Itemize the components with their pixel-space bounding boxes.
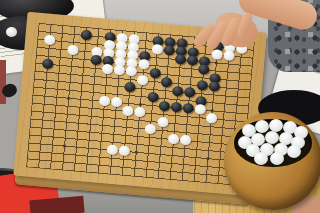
bowl-white-stone bbox=[287, 145, 301, 158]
hoshi-point bbox=[67, 96, 70, 99]
black-stone bbox=[80, 30, 92, 41]
hoshi-point bbox=[62, 144, 65, 147]
bowl-white-stone bbox=[255, 120, 269, 133]
white-stone bbox=[138, 59, 150, 70]
hoshi-point bbox=[214, 61, 217, 64]
white-stone bbox=[133, 107, 145, 118]
black-stone bbox=[182, 103, 194, 114]
hoshi-point bbox=[210, 109, 213, 112]
red-cloth-edge bbox=[0, 60, 6, 104]
white-stone bbox=[125, 66, 137, 77]
bowl-white-stone bbox=[254, 152, 268, 165]
white-stone bbox=[67, 44, 79, 55]
go-game-scene bbox=[0, 0, 320, 213]
white-stone-bowl[interactable] bbox=[224, 112, 320, 210]
hoshi-point bbox=[138, 102, 141, 105]
hoshi-point bbox=[134, 150, 137, 153]
bowl-white-stone bbox=[270, 152, 284, 165]
white-stone-on-lid bbox=[6, 27, 17, 37]
white-stone bbox=[118, 145, 130, 156]
white-stone bbox=[121, 105, 133, 116]
black-stone bbox=[160, 77, 172, 88]
black-stone bbox=[158, 101, 170, 112]
black-stone bbox=[183, 87, 195, 98]
white-stone bbox=[113, 65, 125, 76]
hoshi-point bbox=[206, 156, 209, 159]
black-stone bbox=[170, 102, 182, 113]
black-stone bbox=[171, 86, 183, 97]
black-stone bbox=[124, 82, 136, 93]
black-stone bbox=[149, 68, 161, 79]
white-stone bbox=[194, 104, 206, 115]
white-stone bbox=[101, 64, 113, 75]
white-stone bbox=[144, 123, 156, 134]
